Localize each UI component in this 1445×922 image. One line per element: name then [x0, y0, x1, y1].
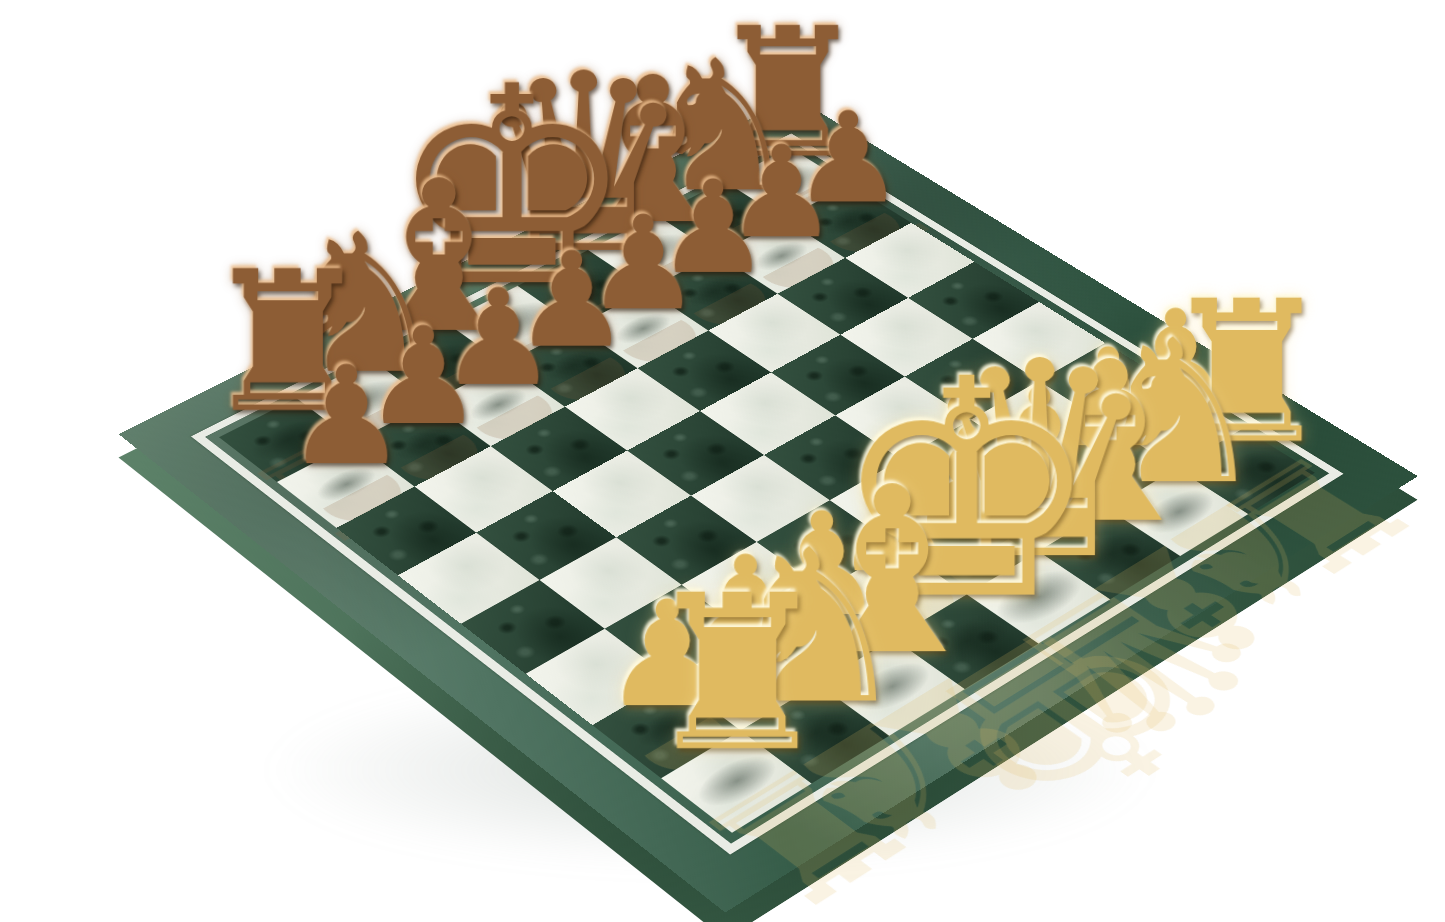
board-surface: ♜♜♞♞♝♝♚♚♛♛♝♝♞♞♜♜♟♟♟♟♟♟♟♟♟♟♟♟♟♟♟♟♟♟♟♟♟♟♟♟… [118, 97, 1417, 913]
gold-rook-h8: ♜ [640, 567, 832, 781]
board-grid: ♜♜♞♞♝♝♚♚♛♛♝♝♞♞♜♜♟♟♟♟♟♟♟♟♟♟♟♟♟♟♟♟♟♟♟♟♟♟♟♟… [219, 148, 1315, 833]
perspective-container: ♜♜♞♞♝♝♚♚♛♛♝♝♞♞♜♜♟♟♟♟♟♟♟♟♟♟♟♟♟♟♟♟♟♟♟♟♟♟♟♟… [0, 0, 1445, 922]
copper-pawn-h2: ♟ [285, 348, 407, 484]
product-photo-scene: ♜♜♞♞♝♝♚♚♛♛♝♝♞♞♜♜♟♟♟♟♟♟♟♟♟♟♟♟♟♟♟♟♟♟♟♟♟♟♟♟… [0, 0, 1445, 922]
chess-board: ♜♜♞♞♝♝♚♚♛♛♝♝♞♞♜♜♟♟♟♟♟♟♟♟♟♟♟♟♟♟♟♟♟♟♟♟♟♟♟♟… [118, 97, 1417, 913]
